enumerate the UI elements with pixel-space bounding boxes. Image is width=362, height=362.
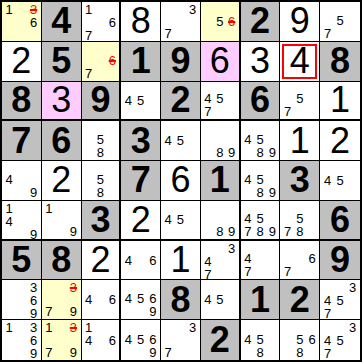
cell-r7c5[interactable]: 1: [161, 241, 201, 281]
candidate-5: 5: [214, 15, 226, 28]
empty-candidate-slot: [15, 321, 27, 334]
candidate-5: 5: [294, 92, 306, 105]
empty-candidate-slot: [294, 265, 306, 278]
candidate-grid: 1379: [42, 320, 81, 360]
cell-r7c8[interactable]: 67: [280, 241, 320, 281]
candidate-grid: 458: [241, 320, 280, 360]
candidate-7: 7: [83, 29, 95, 42]
candidate-8: 8: [254, 346, 266, 359]
candidate-5: 5: [214, 293, 226, 306]
cell-r6c2[interactable]: 19: [42, 201, 82, 241]
candidate-5: 5: [174, 134, 186, 147]
empty-candidate-slot: [281, 346, 293, 359]
empty-candidate-slot: [346, 187, 359, 199]
empty-candidate-slot: [202, 28, 214, 40]
empty-candidate-slot: [174, 346, 186, 359]
empty-candidate-slot: [28, 162, 40, 173]
cell-r1c1[interactable]: 136: [2, 2, 42, 42]
empty-candidate-slot: [28, 215, 40, 228]
empty-candidate-slot: [3, 186, 15, 199]
empty-candidate-slot: [147, 83, 159, 94]
cell-r2c7[interactable]: 3: [241, 42, 281, 82]
given-digit: 8: [51, 242, 71, 278]
empty-candidate-slot: [15, 281, 27, 294]
cell-r3c3[interactable]: 9: [82, 82, 122, 122]
cell-r4c6[interactable]: 89: [201, 121, 241, 161]
cell-r2c6[interactable]: 6: [201, 42, 241, 82]
empty-candidate-slot: [94, 67, 106, 80]
empty-candidate-slot: [174, 16, 186, 27]
cell-r7c7[interactable]: 47: [241, 241, 281, 281]
candidate-8: 8: [94, 186, 106, 199]
cell-r9c5[interactable]: 37: [161, 320, 201, 360]
candidate-grid: 57: [320, 2, 360, 41]
cell-r5c1[interactable]: 49: [2, 161, 42, 201]
cell-r6c7[interactable]: 45789: [241, 201, 281, 241]
empty-candidate-slot: [226, 281, 238, 293]
given-digit: 1: [250, 282, 270, 318]
candidate-7: 7: [242, 225, 254, 238]
candidate-5: 5: [334, 334, 347, 347]
candidate-5: 5: [254, 212, 266, 225]
empty-candidate-slot: [226, 122, 238, 134]
empty-candidate-slot: [242, 186, 254, 199]
cell-r8c5[interactable]: 8: [161, 280, 201, 320]
empty-candidate-slot: [94, 347, 106, 359]
cell-r4c9[interactable]: 2: [320, 121, 360, 161]
empty-candidate-slot: [106, 133, 118, 146]
empty-candidate-slot: [3, 307, 15, 320]
empty-candidate-slot: [15, 173, 27, 186]
candidate-7: 7: [43, 305, 55, 318]
empty-candidate-slot: [174, 147, 186, 159]
cell-r2c4[interactable]: 1: [121, 42, 161, 82]
empty-candidate-slot: [281, 333, 293, 346]
candidate-grid: 4589: [241, 161, 280, 200]
empty-candidate-slot: [135, 254, 147, 267]
candidate-4: 4: [122, 292, 134, 305]
empty-candidate-slot: [15, 334, 27, 347]
cell-r1c5[interactable]: 37: [161, 2, 201, 42]
cell-r8c4[interactable]: 4569: [121, 280, 161, 320]
empty-candidate-slot: [294, 252, 306, 265]
empty-candidate-slot: [281, 212, 293, 225]
empty-candidate-slot: [147, 242, 159, 254]
cell-r6c6[interactable]: 89: [201, 201, 241, 241]
empty-candidate-slot: [106, 146, 118, 159]
empty-candidate-slot: [254, 242, 266, 253]
cell-r6c8[interactable]: 578: [280, 201, 320, 241]
empty-candidate-slot: [321, 187, 334, 199]
candidate-5: 5: [135, 94, 147, 107]
candidate-grid: 45: [161, 201, 200, 239]
empty-candidate-slot: [106, 122, 118, 133]
candidate-8: 8: [94, 146, 106, 159]
candidate-1: 1: [43, 202, 55, 215]
candidate-grid: 45: [121, 82, 160, 120]
cell-r1c6[interactable]: 56: [201, 2, 241, 42]
empty-candidate-slot: [242, 146, 254, 159]
candidate-9: 9: [226, 146, 238, 159]
empty-candidate-slot: [122, 267, 134, 279]
candidate-1: 1: [43, 321, 55, 334]
cell-r5c3[interactable]: 58: [82, 161, 122, 201]
cell-r3c8[interactable]: 57: [280, 82, 320, 122]
empty-candidate-slot: [83, 173, 95, 186]
candidate-7: 7: [242, 265, 254, 278]
candidate-6: 6: [306, 333, 318, 346]
empty-candidate-slot: [83, 347, 95, 359]
cell-r9c6[interactable]: 2: [201, 320, 241, 360]
empty-candidate-slot: [15, 162, 27, 173]
cell-r5c4[interactable]: 7: [121, 161, 161, 201]
empty-candidate-slot: [147, 267, 159, 279]
cell-r8c1[interactable]: 369: [2, 280, 42, 320]
empty-candidate-slot: [94, 29, 106, 42]
candidate-8: 8: [214, 146, 226, 159]
solved-digit: 6: [210, 43, 230, 79]
candidate-5: 5: [214, 92, 226, 105]
empty-candidate-slot: [202, 306, 214, 318]
candidate-3: 3: [187, 321, 199, 334]
empty-candidate-slot: [214, 306, 226, 318]
empty-candidate-slot: [15, 202, 27, 215]
candidate-9: 9: [147, 346, 159, 359]
empty-candidate-slot: [334, 307, 347, 320]
empty-candidate-slot: [43, 215, 55, 225]
cell-r7c1[interactable]: 5: [2, 241, 42, 281]
cell-r4c5[interactable]: 45: [161, 121, 201, 161]
cell-r6c1[interactable]: 149: [2, 201, 42, 241]
candidate-7: 7: [43, 346, 55, 359]
cell-r7c2[interactable]: 8: [42, 241, 82, 281]
cell-r7c4[interactable]: 46: [121, 241, 161, 281]
empty-candidate-slot: [202, 122, 214, 134]
empty-candidate-slot: [15, 16, 27, 29]
empty-candidate-slot: [122, 242, 134, 254]
cell-r5c9[interactable]: 45: [320, 161, 360, 201]
empty-candidate-slot: [226, 213, 238, 224]
solved-digit: 6: [170, 162, 190, 198]
cell-r8c2[interactable]: 379: [42, 280, 82, 320]
empty-candidate-slot: [226, 105, 238, 118]
empty-candidate-slot: [334, 347, 347, 360]
cell-r1c8[interactable]: 9: [280, 2, 320, 42]
cell-r7c6[interactable]: 347: [201, 241, 241, 281]
cell-r4c7[interactable]: 4589: [241, 121, 281, 161]
empty-candidate-slot: [135, 346, 147, 359]
candidate-7: 7: [202, 268, 214, 281]
candidate-grid: 45: [161, 121, 200, 160]
empty-candidate-slot: [266, 202, 278, 212]
candidate-grid: 578: [280, 201, 319, 239]
cell-r2c5[interactable]: 9: [161, 42, 201, 82]
candidate-grid: 457: [201, 82, 239, 120]
cell-r4c2[interactable]: 6: [42, 121, 82, 161]
cell-r9c4[interactable]: 4569: [121, 320, 161, 360]
candidate-7: 7: [321, 347, 334, 360]
cell-r1c2[interactable]: 4: [42, 2, 82, 42]
solved-digit: 2: [330, 123, 350, 159]
given-digit: 7: [131, 162, 151, 198]
empty-candidate-slot: [3, 334, 15, 347]
cell-r1c3[interactable]: 167: [82, 2, 122, 42]
given-digit: 6: [51, 123, 71, 159]
candidate-5: 5: [334, 174, 347, 187]
candidate-5: 5: [94, 173, 106, 186]
candidate-9: 9: [226, 225, 238, 238]
empty-candidate-slot: [55, 225, 67, 238]
empty-candidate-slot: [106, 173, 118, 186]
empty-candidate-slot: [306, 92, 318, 105]
candidate-grid: 46: [82, 280, 120, 319]
cell-r9c9[interactable]: 3457: [320, 320, 360, 360]
given-digit: 8: [11, 82, 31, 118]
solved-digit: 2: [90, 242, 110, 278]
candidate-5: 5: [254, 173, 266, 186]
empty-candidate-slot: [162, 3, 174, 16]
given-digit: 8: [330, 43, 350, 79]
empty-candidate-slot: [202, 225, 214, 238]
empty-candidate-slot: [28, 29, 40, 40]
solved-digit: 8: [131, 3, 151, 39]
candidate-3: 3: [346, 281, 359, 294]
empty-candidate-slot: [334, 187, 347, 199]
cell-r6c9[interactable]: 6: [320, 201, 360, 241]
candidate-8: 8: [254, 225, 266, 238]
candidate-grid: 67: [280, 241, 319, 280]
empty-candidate-slot: [226, 255, 238, 268]
empty-candidate-slot: [106, 43, 118, 54]
candidate-3-eliminated: 3: [67, 281, 79, 294]
candidate-grid: 4569: [121, 280, 160, 319]
candidate-4: 4: [3, 173, 15, 186]
empty-candidate-slot: [94, 54, 106, 67]
empty-candidate-slot: [28, 173, 40, 186]
cell-r1c4[interactable]: 8: [121, 2, 161, 42]
given-digit: 2: [290, 282, 310, 318]
cell-r7c3[interactable]: 2: [82, 241, 122, 281]
given-digit: 6: [330, 202, 350, 238]
empty-candidate-slot: [83, 54, 95, 67]
empty-candidate-slot: [3, 228, 15, 241]
given-digit: 2: [170, 82, 190, 118]
given-digit: 3: [290, 162, 310, 198]
candidate-8: 8: [294, 225, 306, 238]
empty-candidate-slot: [55, 294, 67, 305]
empty-candidate-slot: [254, 252, 266, 265]
empty-candidate-slot: [321, 3, 334, 14]
cell-r4c4[interactable]: 3: [121, 121, 161, 161]
candidate-9: 9: [28, 228, 40, 241]
empty-candidate-slot: [15, 3, 27, 16]
candidate-4: 4: [83, 293, 95, 306]
given-digit: 1: [210, 162, 230, 198]
candidate-grid: 57: [280, 82, 319, 120]
cell-r8c6[interactable]: 45: [201, 280, 241, 320]
cell-r9c7[interactable]: 458: [241, 320, 281, 360]
cell-r4c1[interactable]: 7: [2, 121, 42, 161]
empty-candidate-slot: [67, 202, 79, 215]
cell-r4c8[interactable]: 1: [280, 121, 320, 161]
cell-r2c9[interactable]: 8: [320, 42, 360, 82]
cell-r5c2[interactable]: 2: [42, 161, 82, 201]
cell-r2c1[interactable]: 2: [2, 42, 42, 82]
empty-candidate-slot: [94, 3, 106, 16]
empty-candidate-slot: [346, 307, 359, 320]
cell-r9c1[interactable]: 1369: [2, 320, 42, 360]
empty-candidate-slot: [266, 265, 278, 278]
cell-r2c8[interactable]: 4: [280, 42, 320, 82]
cell-r9c2[interactable]: 1379: [42, 320, 82, 360]
empty-candidate-slot: [15, 186, 27, 199]
solved-digit: 2: [11, 43, 31, 79]
empty-candidate-slot: [214, 255, 226, 268]
empty-candidate-slot: [187, 134, 199, 147]
empty-candidate-slot: [306, 202, 318, 212]
candidate-grid: 45: [201, 280, 239, 319]
sudoku-board: 1364167837562957256719634883945245765717…: [0, 0, 362, 362]
candidate-9: 9: [67, 305, 79, 318]
candidate-grid: 347: [201, 241, 239, 280]
cell-r1c9[interactable]: 57: [320, 2, 360, 42]
empty-candidate-slot: [202, 134, 214, 146]
empty-candidate-slot: [281, 242, 293, 253]
empty-candidate-slot: [202, 15, 214, 28]
candidate-9: 9: [266, 225, 278, 238]
empty-candidate-slot: [266, 252, 278, 265]
candidate-5: 5: [135, 333, 147, 346]
given-digit: 5: [51, 43, 71, 79]
cell-r6c5[interactable]: 45: [161, 201, 201, 241]
candidate-4: 4: [242, 133, 254, 146]
cell-r3c1[interactable]: 8: [2, 82, 42, 122]
empty-candidate-slot: [15, 294, 27, 307]
empty-candidate-slot: [187, 147, 199, 159]
empty-candidate-slot: [3, 294, 15, 307]
cell-r5c8[interactable]: 3: [280, 161, 320, 201]
empty-candidate-slot: [266, 212, 278, 225]
cell-r9c8[interactable]: 568: [280, 320, 320, 360]
empty-candidate-slot: [83, 162, 95, 173]
empty-candidate-slot: [174, 27, 186, 40]
cell-r3c7[interactable]: 6: [241, 82, 281, 122]
empty-candidate-slot: [55, 321, 67, 334]
empty-candidate-slot: [281, 83, 293, 93]
candidate-6: 6: [28, 16, 40, 29]
given-digit: 4: [51, 3, 71, 39]
empty-candidate-slot: [226, 83, 238, 93]
empty-candidate-slot: [135, 267, 147, 279]
cell-r3c4[interactable]: 45: [121, 82, 161, 122]
empty-candidate-slot: [266, 173, 278, 186]
candidate-grid: 379: [42, 280, 81, 319]
candidate-5: 5: [174, 213, 186, 226]
empty-candidate-slot: [106, 306, 118, 318]
empty-candidate-slot: [294, 242, 306, 253]
candidate-7: 7: [281, 105, 293, 118]
empty-candidate-slot: [214, 242, 226, 255]
candidate-grid: 146: [82, 320, 120, 360]
candidate-grid: 49: [2, 161, 41, 200]
candidate-6: 6: [106, 334, 118, 347]
candidate-grid: 149: [2, 201, 41, 239]
cell-r3c9[interactable]: 1: [320, 82, 360, 122]
empty-candidate-slot: [202, 202, 214, 213]
candidate-4: 4: [3, 215, 15, 228]
empty-candidate-slot: [226, 306, 238, 318]
empty-candidate-slot: [83, 186, 95, 199]
cell-r6c3[interactable]: 3: [82, 201, 122, 241]
cell-r2c3[interactable]: 67: [82, 42, 122, 82]
solved-digit: 2: [51, 162, 71, 198]
cell-r4c3[interactable]: 58: [82, 121, 122, 161]
empty-candidate-slot: [266, 333, 278, 346]
candidate-5: 5: [294, 212, 306, 225]
empty-candidate-slot: [266, 162, 278, 173]
empty-candidate-slot: [83, 133, 95, 146]
cell-r7c9[interactable]: 9: [320, 241, 360, 281]
empty-candidate-slot: [174, 3, 186, 16]
empty-candidate-slot: [306, 265, 318, 278]
empty-candidate-slot: [55, 305, 67, 318]
cell-r3c5[interactable]: 2: [161, 82, 201, 122]
cell-r1c7[interactable]: 2: [241, 2, 281, 42]
solved-digit: 4: [290, 43, 310, 79]
empty-candidate-slot: [202, 242, 214, 255]
empty-candidate-slot: [55, 202, 67, 215]
empty-candidate-slot: [346, 14, 359, 27]
empty-candidate-slot: [162, 147, 174, 159]
cell-r8c8[interactable]: 2: [280, 280, 320, 320]
solved-digit: 9: [290, 3, 310, 39]
empty-candidate-slot: [226, 92, 238, 105]
cell-r8c7[interactable]: 1: [241, 280, 281, 320]
cell-r2c2[interactable]: 5: [42, 42, 82, 82]
cell-r8c3[interactable]: 46: [82, 280, 122, 320]
cell-r8c9[interactable]: 3457: [320, 280, 360, 320]
empty-candidate-slot: [162, 226, 174, 237]
cell-r3c2[interactable]: 3: [42, 82, 82, 122]
candidate-4: 4: [83, 334, 95, 347]
candidate-grid: 3457: [320, 280, 360, 319]
given-digit: 6: [250, 82, 270, 118]
candidate-grid: 568: [280, 320, 319, 360]
empty-candidate-slot: [346, 162, 359, 174]
candidate-4: 4: [122, 333, 134, 346]
empty-candidate-slot: [226, 28, 238, 40]
candidate-9: 9: [67, 225, 79, 238]
given-digit: 3: [90, 202, 110, 238]
candidate-grid: 45: [320, 161, 360, 200]
cell-r5c7[interactable]: 4589: [241, 161, 281, 201]
cell-r3c6[interactable]: 457: [201, 82, 241, 122]
cell-r5c6[interactable]: 1: [201, 161, 241, 201]
cell-r5c5[interactable]: 6: [161, 161, 201, 201]
empty-candidate-slot: [55, 334, 67, 346]
given-digit: 2: [250, 3, 270, 39]
cell-r9c3[interactable]: 146: [82, 320, 122, 360]
empty-candidate-slot: [122, 305, 134, 318]
cell-r6c4[interactable]: 2: [121, 201, 161, 241]
candidate-9: 9: [266, 186, 278, 199]
empty-candidate-slot: [187, 27, 199, 40]
empty-candidate-slot: [147, 107, 159, 118]
empty-candidate-slot: [187, 122, 199, 134]
candidate-grid: 89: [201, 121, 239, 160]
empty-candidate-slot: [187, 226, 199, 237]
candidate-9: 9: [28, 347, 40, 360]
